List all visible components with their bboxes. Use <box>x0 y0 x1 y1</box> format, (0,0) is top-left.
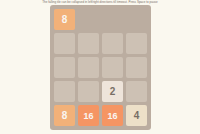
cell-r2c1 <box>78 57 99 78</box>
cell-r2c3 <box>126 57 147 78</box>
cell-r1c2 <box>102 33 123 54</box>
spawn-cell-r0c1 <box>78 9 99 30</box>
game-board[interactable]: 8 2 8 16 16 4 <box>50 5 151 130</box>
tile-16-a: 16 <box>78 105 99 126</box>
cell-r3c3 <box>126 81 147 102</box>
tile-4: 4 <box>126 105 147 126</box>
spawn-tile-8: 8 <box>54 9 75 30</box>
cell-r1c3 <box>126 33 147 54</box>
cell-r3c1 <box>78 81 99 102</box>
cell-r2c0 <box>54 57 75 78</box>
tile-2: 2 <box>102 81 123 102</box>
spawn-cell-r0c3 <box>126 9 147 30</box>
cell-r3c0 <box>54 81 75 102</box>
instruction-text: The falling tile can be collapsed in lef… <box>0 1 200 4</box>
game-screen: The falling tile can be collapsed in lef… <box>0 0 200 134</box>
spawn-cell-r0c2 <box>102 9 123 30</box>
cell-r1c0 <box>54 33 75 54</box>
cell-r2c2 <box>102 57 123 78</box>
tile-8: 8 <box>54 105 75 126</box>
cell-r1c1 <box>78 33 99 54</box>
tile-16-b: 16 <box>102 105 123 126</box>
